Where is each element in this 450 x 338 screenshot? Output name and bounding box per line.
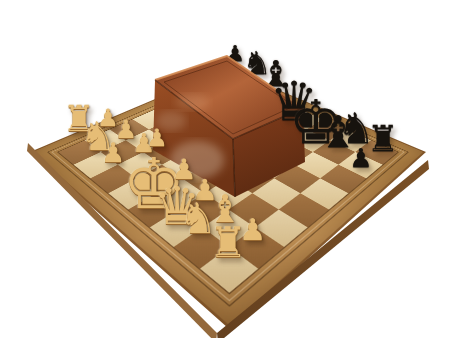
chess-set-photo: ♜♞♟♟♟♟♟♚♟♟♛♞♝♜♟♟♞♝♛♚♝♞♜♟ — [0, 0, 450, 338]
chess-board — [30, 69, 426, 330]
board-field — [58, 78, 397, 293]
board-scene — [0, 0, 450, 338]
